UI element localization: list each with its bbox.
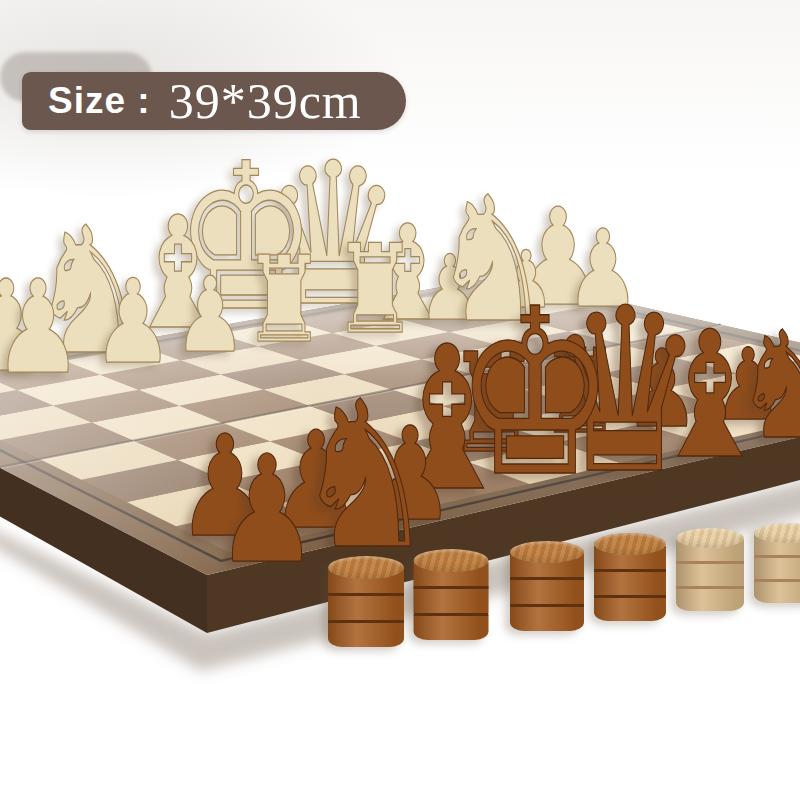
size-value: 39*39cm [169, 72, 362, 130]
size-label: Size : [48, 80, 151, 122]
size-badge: Size : 39*39cm [22, 72, 406, 130]
product-photo: ♟♟♞♟♝♟♚♜♛♜♝♟♞♟♟♟♟♟♟♞♟♝♜♚♜♛♟♝♟♞ Size : 39… [0, 0, 800, 800]
